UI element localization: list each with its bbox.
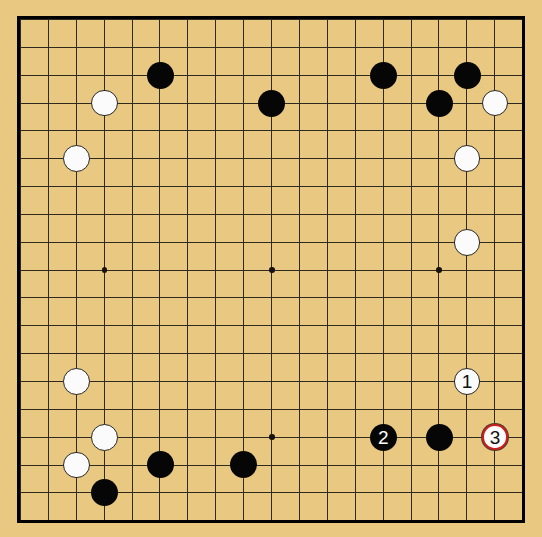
hoshi-point bbox=[269, 434, 275, 440]
stone-white[interactable] bbox=[482, 90, 509, 117]
hoshi-point bbox=[269, 267, 275, 273]
stone-white[interactable] bbox=[454, 145, 481, 172]
stone-black[interactable] bbox=[426, 90, 453, 117]
go-board[interactable]: 123 bbox=[0, 0, 542, 537]
stone-white[interactable] bbox=[63, 368, 90, 395]
stone-black[interactable] bbox=[454, 62, 481, 89]
stone-black[interactable] bbox=[147, 451, 174, 478]
stone-white[interactable] bbox=[63, 452, 90, 479]
stone-black[interactable] bbox=[91, 479, 118, 506]
stone-white[interactable] bbox=[454, 229, 481, 256]
board-grid: 123 bbox=[7, 6, 537, 535]
stone-white[interactable] bbox=[63, 145, 90, 172]
stone-black[interactable] bbox=[258, 90, 285, 117]
stone-white[interactable] bbox=[91, 424, 118, 451]
stone-black[interactable] bbox=[147, 62, 174, 89]
stone-black[interactable] bbox=[230, 451, 257, 478]
stone-white[interactable] bbox=[91, 90, 118, 117]
hoshi-point bbox=[102, 267, 108, 273]
stone-white-move-1[interactable]: 1 bbox=[454, 368, 481, 395]
stone-white-move-3-last[interactable]: 3 bbox=[482, 424, 508, 450]
stone-black[interactable] bbox=[426, 424, 453, 451]
stone-black-move-2[interactable]: 2 bbox=[370, 424, 397, 451]
hoshi-point bbox=[436, 267, 442, 273]
stone-black[interactable] bbox=[370, 62, 397, 89]
